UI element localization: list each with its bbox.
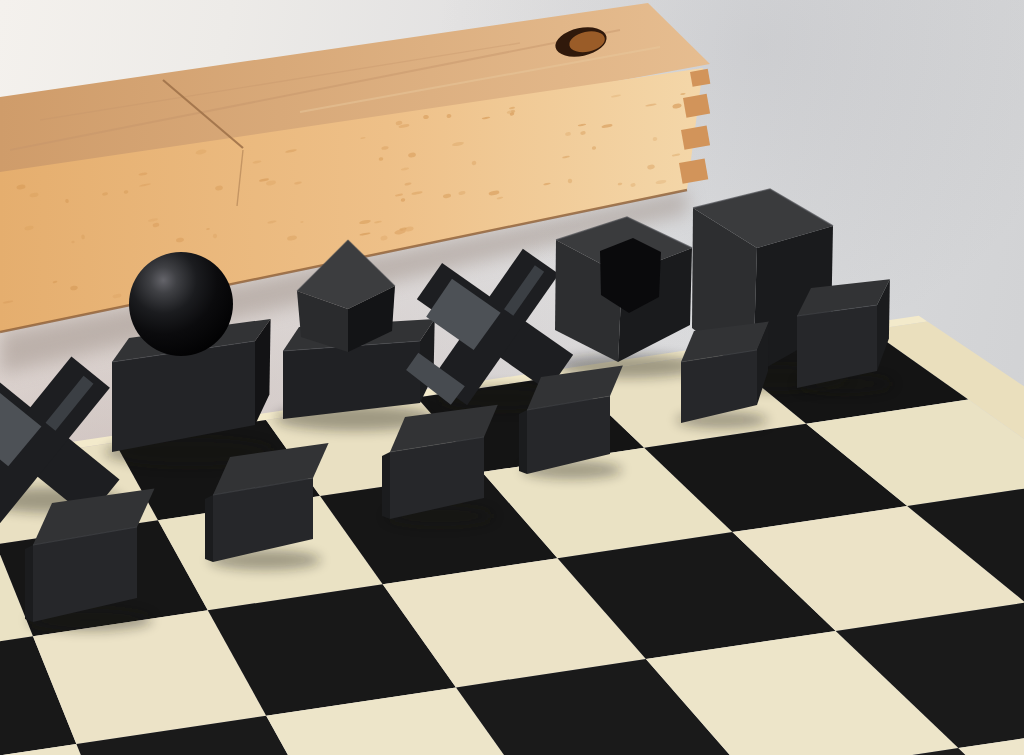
studio-photo-stage <box>0 0 1024 755</box>
black-knight-g8[interactable] <box>555 217 692 362</box>
scene-canvas <box>0 0 1024 755</box>
queen-ball <box>129 252 233 356</box>
